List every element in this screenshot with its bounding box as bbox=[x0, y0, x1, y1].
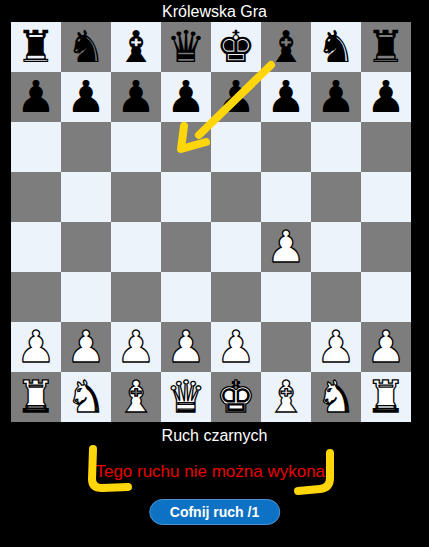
piece-white-bishop: ♝ bbox=[266, 372, 305, 422]
piece-white-bishop: ♝ bbox=[116, 372, 155, 422]
piece-white-king: ♚ bbox=[216, 372, 255, 422]
square-e7[interactable]: ♟ bbox=[211, 72, 261, 122]
piece-white-queen: ♛ bbox=[166, 372, 205, 422]
square-d3[interactable] bbox=[161, 272, 211, 322]
square-a1[interactable]: ♜ bbox=[11, 372, 61, 422]
piece-black-king: ♚ bbox=[216, 22, 255, 72]
square-h7[interactable]: ♟ bbox=[361, 72, 411, 122]
square-a4[interactable] bbox=[11, 222, 61, 272]
square-a6[interactable] bbox=[11, 122, 61, 172]
piece-black-rook: ♜ bbox=[16, 22, 55, 72]
turn-indicator: Ruch czarnych bbox=[0, 427, 429, 445]
undo-move-button[interactable]: Cofnij ruch /1 bbox=[149, 499, 280, 525]
piece-black-pawn: ♟ bbox=[216, 72, 255, 122]
piece-white-rook: ♜ bbox=[16, 372, 55, 422]
piece-white-knight: ♞ bbox=[66, 372, 105, 422]
square-g1[interactable]: ♞ bbox=[311, 372, 361, 422]
square-d1[interactable]: ♛ bbox=[161, 372, 211, 422]
square-a3[interactable] bbox=[11, 272, 61, 322]
square-d7[interactable]: ♟ bbox=[161, 72, 211, 122]
square-g2[interactable]: ♟ bbox=[311, 322, 361, 372]
piece-white-pawn: ♟ bbox=[366, 322, 405, 372]
square-b2[interactable]: ♟ bbox=[61, 322, 111, 372]
square-c7[interactable]: ♟ bbox=[111, 72, 161, 122]
square-a2[interactable]: ♟ bbox=[11, 322, 61, 372]
square-f4[interactable]: ♟ bbox=[261, 222, 311, 272]
piece-black-pawn: ♟ bbox=[366, 72, 405, 122]
square-e6[interactable] bbox=[211, 122, 261, 172]
piece-white-rook: ♜ bbox=[366, 372, 405, 422]
square-h3[interactable] bbox=[361, 272, 411, 322]
piece-black-knight: ♞ bbox=[66, 22, 105, 72]
square-e2[interactable]: ♟ bbox=[211, 322, 261, 372]
square-c2[interactable]: ♟ bbox=[111, 322, 161, 372]
square-c5[interactable] bbox=[111, 172, 161, 222]
square-a7[interactable]: ♟ bbox=[11, 72, 61, 122]
piece-black-pawn: ♟ bbox=[166, 72, 205, 122]
square-d2[interactable]: ♟ bbox=[161, 322, 211, 372]
square-h1[interactable]: ♜ bbox=[361, 372, 411, 422]
square-b1[interactable]: ♞ bbox=[61, 372, 111, 422]
piece-black-bishop: ♝ bbox=[266, 22, 305, 72]
piece-black-pawn: ♟ bbox=[66, 72, 105, 122]
square-d8[interactable]: ♛ bbox=[161, 22, 211, 72]
square-f3[interactable] bbox=[261, 272, 311, 322]
square-d5[interactable] bbox=[161, 172, 211, 222]
piece-white-pawn: ♟ bbox=[66, 322, 105, 372]
square-c1[interactable]: ♝ bbox=[111, 372, 161, 422]
square-h4[interactable] bbox=[361, 222, 411, 272]
square-f8[interactable]: ♝ bbox=[261, 22, 311, 72]
piece-black-pawn: ♟ bbox=[116, 72, 155, 122]
square-e1[interactable]: ♚ bbox=[211, 372, 261, 422]
square-f5[interactable] bbox=[261, 172, 311, 222]
square-b6[interactable] bbox=[61, 122, 111, 172]
square-f2[interactable] bbox=[261, 322, 311, 372]
square-b7[interactable]: ♟ bbox=[61, 72, 111, 122]
square-b5[interactable] bbox=[61, 172, 111, 222]
square-e4[interactable] bbox=[211, 222, 261, 272]
square-b3[interactable] bbox=[61, 272, 111, 322]
square-c8[interactable]: ♝ bbox=[111, 22, 161, 72]
piece-white-pawn: ♟ bbox=[316, 322, 355, 372]
square-b8[interactable]: ♞ bbox=[61, 22, 111, 72]
illegal-move-message: Tego ruchu nie można wykonać bbox=[0, 462, 429, 482]
square-h5[interactable] bbox=[361, 172, 411, 222]
square-g4[interactable] bbox=[311, 222, 361, 272]
piece-white-pawn: ♟ bbox=[166, 322, 205, 372]
piece-black-pawn: ♟ bbox=[316, 72, 355, 122]
piece-white-pawn: ♟ bbox=[116, 322, 155, 372]
square-g8[interactable]: ♞ bbox=[311, 22, 361, 72]
piece-black-rook: ♜ bbox=[366, 22, 405, 72]
square-a8[interactable]: ♜ bbox=[11, 22, 61, 72]
square-h6[interactable] bbox=[361, 122, 411, 172]
square-h2[interactable]: ♟ bbox=[361, 322, 411, 372]
square-h8[interactable]: ♜ bbox=[361, 22, 411, 72]
square-c4[interactable] bbox=[111, 222, 161, 272]
square-d6[interactable] bbox=[161, 122, 211, 172]
square-c6[interactable] bbox=[111, 122, 161, 172]
square-a5[interactable] bbox=[11, 172, 61, 222]
piece-white-knight: ♞ bbox=[316, 372, 355, 422]
square-e5[interactable] bbox=[211, 172, 261, 222]
piece-black-queen: ♛ bbox=[166, 22, 205, 72]
square-e3[interactable] bbox=[211, 272, 261, 322]
piece-black-pawn: ♟ bbox=[266, 72, 305, 122]
square-f7[interactable]: ♟ bbox=[261, 72, 311, 122]
piece-white-pawn: ♟ bbox=[16, 322, 55, 372]
piece-black-bishop: ♝ bbox=[116, 22, 155, 72]
chess-board: ♜♞♝♛♚♝♞♜♟♟♟♟♟♟♟♟♟♟♟♟♟♟♟♟♜♞♝♛♚♝♞♜ bbox=[11, 22, 411, 422]
square-g7[interactable]: ♟ bbox=[311, 72, 361, 122]
square-g3[interactable] bbox=[311, 272, 361, 322]
piece-white-pawn: ♟ bbox=[266, 222, 305, 272]
square-e8[interactable]: ♚ bbox=[211, 22, 261, 72]
square-f6[interactable] bbox=[261, 122, 311, 172]
square-g6[interactable] bbox=[311, 122, 361, 172]
page-title: Królewska Gra bbox=[0, 3, 429, 21]
piece-white-pawn: ♟ bbox=[216, 322, 255, 372]
piece-black-knight: ♞ bbox=[316, 22, 355, 72]
square-d4[interactable] bbox=[161, 222, 211, 272]
square-g5[interactable] bbox=[311, 172, 361, 222]
piece-black-pawn: ♟ bbox=[16, 72, 55, 122]
square-f1[interactable]: ♝ bbox=[261, 372, 311, 422]
square-b4[interactable] bbox=[61, 222, 111, 272]
square-c3[interactable] bbox=[111, 272, 161, 322]
